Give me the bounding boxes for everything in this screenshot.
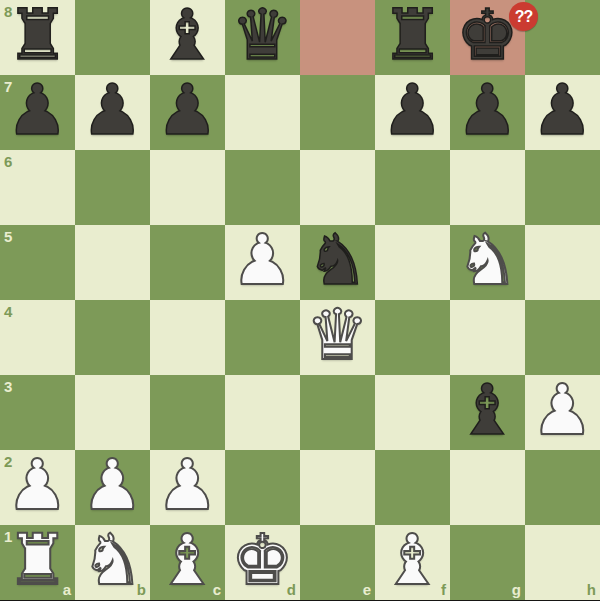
black-pawn-f7[interactable]: ♟ bbox=[375, 72, 450, 147]
square-d7[interactable] bbox=[225, 75, 300, 150]
square-h5[interactable] bbox=[525, 225, 600, 300]
square-b7[interactable]: ♟ bbox=[75, 75, 150, 150]
square-f4[interactable] bbox=[375, 300, 450, 375]
square-d6[interactable] bbox=[225, 150, 300, 225]
black-pawn-h7[interactable]: ♟ bbox=[525, 72, 600, 147]
rank-label-5: 5 bbox=[4, 229, 12, 244]
black-pawn-a7[interactable]: ♟ bbox=[0, 72, 75, 147]
square-f5[interactable] bbox=[375, 225, 450, 300]
square-f3[interactable] bbox=[375, 375, 450, 450]
square-g6[interactable] bbox=[450, 150, 525, 225]
square-a1[interactable]: 1a♜ bbox=[0, 525, 75, 600]
black-bishop-g3[interactable]: ♝ bbox=[450, 372, 525, 447]
square-h6[interactable] bbox=[525, 150, 600, 225]
black-pawn-b7[interactable]: ♟ bbox=[75, 72, 150, 147]
chess-board: ?? 8♜♝♛♜♚7♟♟♟♟♟♟65♟♞♞4♛3♝♟2♟♟♟1a♜b♞c♝d♚e… bbox=[0, 0, 600, 601]
white-knight-g5[interactable]: ♞ bbox=[450, 222, 525, 297]
square-e6[interactable] bbox=[300, 150, 375, 225]
rank-label-6: 6 bbox=[4, 154, 12, 169]
square-c7[interactable]: ♟ bbox=[150, 75, 225, 150]
black-pawn-g7[interactable]: ♟ bbox=[450, 72, 525, 147]
square-a7[interactable]: 7♟ bbox=[0, 75, 75, 150]
white-bishop-c1[interactable]: ♝ bbox=[150, 522, 225, 597]
square-e1[interactable]: e bbox=[300, 525, 375, 600]
square-g4[interactable] bbox=[450, 300, 525, 375]
square-a2[interactable]: 2♟ bbox=[0, 450, 75, 525]
white-pawn-b2[interactable]: ♟ bbox=[75, 447, 150, 522]
white-queen-e4[interactable]: ♛ bbox=[300, 297, 375, 372]
file-label-h: h bbox=[587, 582, 596, 597]
square-e4[interactable]: ♛ bbox=[300, 300, 375, 375]
square-a3[interactable]: 3 bbox=[0, 375, 75, 450]
black-bishop-c8[interactable]: ♝ bbox=[150, 0, 225, 72]
square-b5[interactable] bbox=[75, 225, 150, 300]
square-g1[interactable]: g bbox=[450, 525, 525, 600]
blunder-badge: ?? bbox=[509, 2, 538, 31]
square-f7[interactable]: ♟ bbox=[375, 75, 450, 150]
square-f1[interactable]: f♝ bbox=[375, 525, 450, 600]
square-d4[interactable] bbox=[225, 300, 300, 375]
square-a4[interactable]: 4 bbox=[0, 300, 75, 375]
square-d2[interactable] bbox=[225, 450, 300, 525]
black-pawn-c7[interactable]: ♟ bbox=[150, 72, 225, 147]
white-pawn-c2[interactable]: ♟ bbox=[150, 447, 225, 522]
white-pawn-h3[interactable]: ♟ bbox=[525, 372, 600, 447]
square-g3[interactable]: ♝ bbox=[450, 375, 525, 450]
square-g5[interactable]: ♞ bbox=[450, 225, 525, 300]
square-g7[interactable]: ♟ bbox=[450, 75, 525, 150]
square-c1[interactable]: c♝ bbox=[150, 525, 225, 600]
square-h4[interactable] bbox=[525, 300, 600, 375]
rank-label-3: 3 bbox=[4, 379, 12, 394]
square-e3[interactable] bbox=[300, 375, 375, 450]
square-c3[interactable] bbox=[150, 375, 225, 450]
square-a5[interactable]: 5 bbox=[0, 225, 75, 300]
square-a8[interactable]: 8♜ bbox=[0, 0, 75, 75]
square-c8[interactable]: ♝ bbox=[150, 0, 225, 75]
square-h7[interactable]: ♟ bbox=[525, 75, 600, 150]
square-e8[interactable] bbox=[300, 0, 375, 75]
square-b8[interactable] bbox=[75, 0, 150, 75]
white-king-d1[interactable]: ♚ bbox=[225, 522, 300, 597]
square-f8[interactable]: ♜ bbox=[375, 0, 450, 75]
square-h1[interactable]: h bbox=[525, 525, 600, 600]
square-d5[interactable]: ♟ bbox=[225, 225, 300, 300]
square-d1[interactable]: d♚ bbox=[225, 525, 300, 600]
square-c2[interactable]: ♟ bbox=[150, 450, 225, 525]
black-rook-f8[interactable]: ♜ bbox=[375, 0, 450, 72]
square-b6[interactable] bbox=[75, 150, 150, 225]
square-d3[interactable] bbox=[225, 375, 300, 450]
square-g2[interactable] bbox=[450, 450, 525, 525]
square-a6[interactable]: 6 bbox=[0, 150, 75, 225]
white-pawn-d5[interactable]: ♟ bbox=[225, 222, 300, 297]
black-knight-e5[interactable]: ♞ bbox=[300, 222, 375, 297]
square-f6[interactable] bbox=[375, 150, 450, 225]
square-e2[interactable] bbox=[300, 450, 375, 525]
square-c5[interactable] bbox=[150, 225, 225, 300]
square-b4[interactable] bbox=[75, 300, 150, 375]
square-e5[interactable]: ♞ bbox=[300, 225, 375, 300]
black-queen-d8[interactable]: ♛ bbox=[225, 0, 300, 72]
square-b3[interactable] bbox=[75, 375, 150, 450]
square-h3[interactable]: ♟ bbox=[525, 375, 600, 450]
black-rook-a8[interactable]: ♜ bbox=[0, 0, 75, 72]
square-h2[interactable] bbox=[525, 450, 600, 525]
white-knight-b1[interactable]: ♞ bbox=[75, 522, 150, 597]
square-d8[interactable]: ♛ bbox=[225, 0, 300, 75]
square-f2[interactable] bbox=[375, 450, 450, 525]
file-label-g: g bbox=[512, 582, 521, 597]
square-c6[interactable] bbox=[150, 150, 225, 225]
file-label-e: e bbox=[363, 582, 371, 597]
square-c4[interactable] bbox=[150, 300, 225, 375]
square-e7[interactable] bbox=[300, 75, 375, 150]
white-pawn-a2[interactable]: ♟ bbox=[0, 447, 75, 522]
white-rook-a1[interactable]: ♜ bbox=[0, 522, 75, 597]
rank-label-4: 4 bbox=[4, 304, 12, 319]
square-b2[interactable]: ♟ bbox=[75, 450, 150, 525]
white-bishop-f1[interactable]: ♝ bbox=[375, 522, 450, 597]
square-b1[interactable]: b♞ bbox=[75, 525, 150, 600]
